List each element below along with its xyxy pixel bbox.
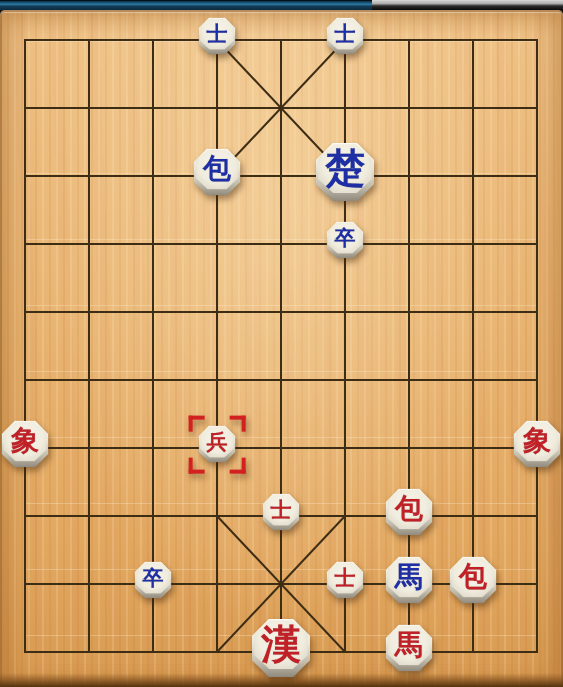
piece-glyph: 包 <box>459 563 487 591</box>
piece-han-advisor[interactable]: 士 <box>263 494 300 531</box>
piece-face: 包 <box>387 489 430 529</box>
piece-glyph: 包 <box>395 495 423 523</box>
piece-face: 包 <box>195 149 238 189</box>
piece-glyph: 楚 <box>325 148 365 188</box>
piece-face: 士 <box>328 562 362 593</box>
piece-body: 包 <box>194 149 241 196</box>
piece-han-advisor[interactable]: 士 <box>327 562 364 599</box>
piece-han-king-han[interactable]: 漢 <box>252 619 310 677</box>
piece-body: 士 <box>263 494 300 531</box>
piece-body: 包 <box>450 557 497 604</box>
piece-han-cannon[interactable]: 包 <box>386 489 433 536</box>
piece-face: 象 <box>3 421 46 461</box>
piece-body: 卒 <box>135 562 172 599</box>
piece-han-elephant[interactable]: 象 <box>2 421 49 468</box>
piece-face: 馬 <box>387 625 430 665</box>
piece-face: 兵 <box>200 426 234 457</box>
piece-cho-advisor[interactable]: 士 <box>199 18 236 55</box>
piece-face: 卒 <box>136 562 170 593</box>
piece-body: 包 <box>386 489 433 536</box>
piece-glyph: 馬 <box>395 631 423 659</box>
piece-body: 馬 <box>386 557 433 604</box>
janggi-board: 士士包楚卒象兵象士包卒士馬包漢馬 <box>0 10 563 687</box>
piece-body: 卒 <box>327 222 364 259</box>
piece-body: 象 <box>2 421 49 468</box>
piece-body: 馬 <box>386 625 433 672</box>
piece-han-horse[interactable]: 馬 <box>386 625 433 672</box>
piece-face: 士 <box>264 494 298 525</box>
piece-han-cannon[interactable]: 包 <box>450 557 497 604</box>
timer-fill-blue <box>0 0 372 10</box>
piece-body: 兵 <box>199 426 236 463</box>
janggi-app-window: 士士包楚卒象兵象士包卒士馬包漢馬 <box>0 0 563 687</box>
piece-body: 士 <box>327 562 364 599</box>
piece-han-elephant[interactable]: 象 <box>514 421 561 468</box>
piece-glyph: 卒 <box>335 227 356 248</box>
piece-cho-horse[interactable]: 馬 <box>386 557 433 604</box>
board-grid[interactable]: 士士包楚卒象兵象士包卒士馬包漢馬 <box>24 39 538 653</box>
piece-cho-king-cho[interactable]: 楚 <box>316 143 374 201</box>
piece-body: 漢 <box>252 619 310 677</box>
piece-body: 士 <box>199 18 236 55</box>
piece-body: 象 <box>514 421 561 468</box>
piece-body: 士 <box>327 18 364 55</box>
piece-face: 士 <box>328 18 362 49</box>
piece-face: 包 <box>451 557 494 597</box>
piece-glyph: 象 <box>523 427 551 455</box>
piece-cho-advisor[interactable]: 士 <box>327 18 364 55</box>
piece-glyph: 士 <box>271 499 292 520</box>
piece-glyph: 士 <box>335 567 356 588</box>
piece-face: 漢 <box>254 620 307 669</box>
piece-glyph: 士 <box>207 23 228 44</box>
piece-glyph: 馬 <box>395 563 423 591</box>
piece-body: 楚 <box>316 143 374 201</box>
piece-face: 馬 <box>387 557 430 597</box>
piece-face: 卒 <box>328 222 362 253</box>
piece-glyph: 兵 <box>207 431 228 452</box>
piece-glyph: 象 <box>11 427 39 455</box>
timer-bar <box>0 0 563 10</box>
piece-face: 楚 <box>318 144 371 193</box>
piece-face: 象 <box>515 421 558 461</box>
piece-cho-cannon[interactable]: 包 <box>194 149 241 196</box>
piece-cho-pawn[interactable]: 卒 <box>327 222 364 259</box>
piece-glyph: 漢 <box>261 624 301 664</box>
piece-glyph: 包 <box>203 155 231 183</box>
piece-glyph: 卒 <box>143 567 164 588</box>
piece-han-pawn[interactable]: 兵 <box>199 426 236 463</box>
piece-face: 士 <box>200 18 234 49</box>
piece-glyph: 士 <box>335 23 356 44</box>
piece-cho-pawn[interactable]: 卒 <box>135 562 172 599</box>
